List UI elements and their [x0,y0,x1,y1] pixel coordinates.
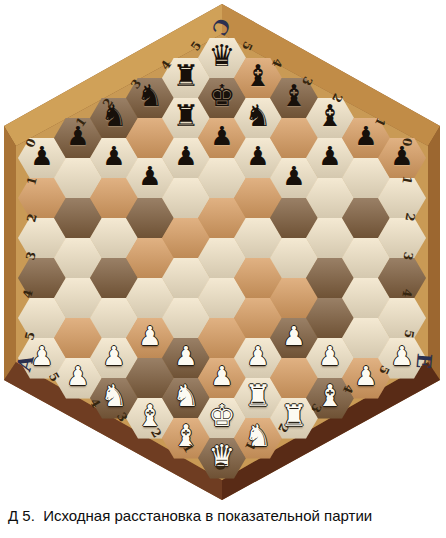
diagram-caption: Д 5. Исходная расстановка в показательно… [8,507,372,524]
frame-face-left [4,126,16,380]
frame-face-right [428,126,440,380]
edge-number-0: 0 [213,461,228,471]
hex-chess-board-area: ♟♟♟♟♞♟♟♞♞♟♟♝♜♜♟♟♞♝♛♚♟♟♚♛♝♞♟♟♜♞♝♟♟♜♝♟♟♝♟♟… [0,0,446,505]
corner-letter-Е: Е [411,352,436,369]
